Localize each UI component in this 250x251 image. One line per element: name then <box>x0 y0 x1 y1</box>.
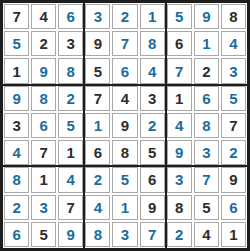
cell-r5c8[interactable]: 8 <box>194 113 219 138</box>
cell-r5c2[interactable]: 6 <box>31 113 56 138</box>
cell-r2c8[interactable]: 1 <box>194 31 219 56</box>
cell-r8c1[interactable]: 2 <box>4 195 29 220</box>
cell-r5c9[interactable]: 7 <box>221 113 246 138</box>
cell-r9c9[interactable]: 1 <box>221 222 246 247</box>
cell-r1c2[interactable]: 4 <box>31 4 56 29</box>
cell-r8c6[interactable]: 9 <box>140 195 165 220</box>
cell-r6c7[interactable]: 9 <box>167 140 192 165</box>
cell-r7c1[interactable]: 8 <box>4 167 29 192</box>
cell-r7c3[interactable]: 4 <box>58 167 83 192</box>
cell-r5c1[interactable]: 3 <box>4 113 29 138</box>
cell-r7c6[interactable]: 6 <box>140 167 165 192</box>
cell-r7c7[interactable]: 3 <box>167 167 192 192</box>
cell-r8c5[interactable]: 1 <box>112 195 137 220</box>
cell-r3c5[interactable]: 6 <box>112 58 137 83</box>
cell-r8c7[interactable]: 8 <box>167 195 192 220</box>
cell-r8c3[interactable]: 7 <box>58 195 83 220</box>
cell-r4c2[interactable]: 8 <box>31 86 56 111</box>
cell-r4c8[interactable]: 6 <box>194 86 219 111</box>
cell-r3c6[interactable]: 4 <box>140 58 165 83</box>
cell-r1c4[interactable]: 3 <box>85 4 110 29</box>
cell-r9c1[interactable]: 6 <box>4 222 29 247</box>
cell-r5c6[interactable]: 2 <box>140 113 165 138</box>
cell-r6c9[interactable]: 2 <box>221 140 246 165</box>
sudoku-board: 7463215985239786141985647239827431653651… <box>0 0 250 251</box>
cell-r4c4[interactable]: 7 <box>85 86 110 111</box>
cell-r5c4[interactable]: 1 <box>85 113 110 138</box>
cell-r1c1[interactable]: 7 <box>4 4 29 29</box>
cell-r5c7[interactable]: 4 <box>167 113 192 138</box>
cell-r1c8[interactable]: 9 <box>194 4 219 29</box>
cell-r6c4[interactable]: 6 <box>85 140 110 165</box>
cell-r3c3[interactable]: 8 <box>58 58 83 83</box>
cell-r7c2[interactable]: 1 <box>31 167 56 192</box>
cell-r4c5[interactable]: 4 <box>112 86 137 111</box>
cell-r2c4[interactable]: 9 <box>85 31 110 56</box>
box-separator-vertical-2 <box>165 3 167 248</box>
cell-r1c9[interactable]: 8 <box>221 4 246 29</box>
cell-r7c9[interactable]: 9 <box>221 167 246 192</box>
cell-r4c9[interactable]: 5 <box>221 86 246 111</box>
cell-r9c5[interactable]: 3 <box>112 222 137 247</box>
cell-r2c9[interactable]: 4 <box>221 31 246 56</box>
cell-r2c1[interactable]: 5 <box>4 31 29 56</box>
cell-r1c7[interactable]: 5 <box>167 4 192 29</box>
sudoku-grid: 7463215985239786141985647239827431653651… <box>3 3 247 248</box>
cell-r9c2[interactable]: 5 <box>31 222 56 247</box>
cell-r5c3[interactable]: 5 <box>58 113 83 138</box>
cell-r3c9[interactable]: 3 <box>221 58 246 83</box>
cell-r1c6[interactable]: 1 <box>140 4 165 29</box>
cell-r2c5[interactable]: 7 <box>112 31 137 56</box>
cell-r3c1[interactable]: 1 <box>4 58 29 83</box>
cell-r7c5[interactable]: 5 <box>112 167 137 192</box>
cell-r6c1[interactable]: 4 <box>4 140 29 165</box>
cell-r3c7[interactable]: 7 <box>167 58 192 83</box>
cell-r2c3[interactable]: 3 <box>58 31 83 56</box>
cell-r4c7[interactable]: 1 <box>167 86 192 111</box>
cell-r7c4[interactable]: 2 <box>85 167 110 192</box>
cell-r8c8[interactable]: 5 <box>194 195 219 220</box>
box-separator-horizontal-1 <box>3 84 247 86</box>
cell-r6c2[interactable]: 7 <box>31 140 56 165</box>
cell-r9c4[interactable]: 8 <box>85 222 110 247</box>
cell-r9c8[interactable]: 4 <box>194 222 219 247</box>
box-separator-vertical-1 <box>83 3 85 248</box>
cell-r6c3[interactable]: 1 <box>58 140 83 165</box>
cell-r2c2[interactable]: 2 <box>31 31 56 56</box>
cell-r3c2[interactable]: 9 <box>31 58 56 83</box>
cell-r9c7[interactable]: 2 <box>167 222 192 247</box>
cell-r6c6[interactable]: 5 <box>140 140 165 165</box>
cell-r4c3[interactable]: 2 <box>58 86 83 111</box>
cell-r4c1[interactable]: 9 <box>4 86 29 111</box>
cell-r1c3[interactable]: 6 <box>58 4 83 29</box>
cell-r2c7[interactable]: 6 <box>167 31 192 56</box>
cell-r6c5[interactable]: 8 <box>112 140 137 165</box>
cell-r8c4[interactable]: 4 <box>85 195 110 220</box>
cell-r8c9[interactable]: 6 <box>221 195 246 220</box>
cell-r8c2[interactable]: 3 <box>31 195 56 220</box>
cell-r7c8[interactable]: 7 <box>194 167 219 192</box>
cell-r6c8[interactable]: 3 <box>194 140 219 165</box>
cell-r2c6[interactable]: 8 <box>140 31 165 56</box>
cell-r9c6[interactable]: 7 <box>140 222 165 247</box>
cell-r4c6[interactable]: 3 <box>140 86 165 111</box>
cell-r3c4[interactable]: 5 <box>85 58 110 83</box>
box-separator-horizontal-2 <box>3 165 247 167</box>
cell-r5c5[interactable]: 9 <box>112 113 137 138</box>
cell-r3c8[interactable]: 2 <box>194 58 219 83</box>
cell-r1c5[interactable]: 2 <box>112 4 137 29</box>
cell-r9c3[interactable]: 9 <box>58 222 83 247</box>
